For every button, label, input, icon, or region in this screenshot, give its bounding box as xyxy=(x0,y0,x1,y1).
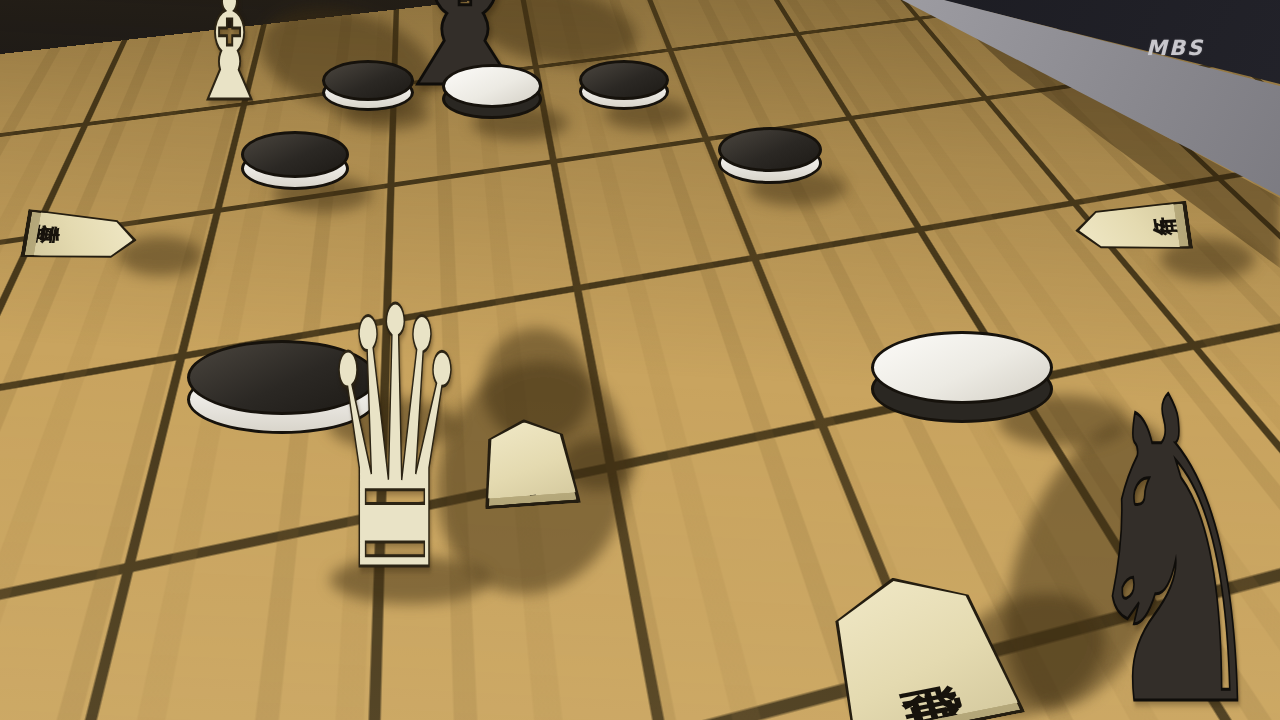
disc-face xyxy=(241,131,349,178)
othello-disc-white[interactable] xyxy=(442,64,542,120)
tile-face: 角行 xyxy=(1076,204,1180,252)
scene: ♝ 香車 角行 歩 飛車 ♝ ♛ ♞ MBS xyxy=(0,0,1280,720)
tile-kanji: 飛車 xyxy=(885,644,945,656)
disc-face xyxy=(442,64,542,108)
othello-disc-black[interactable] xyxy=(718,127,822,185)
tile-face: 香車 xyxy=(34,212,137,261)
othello-disc-black[interactable] xyxy=(579,60,669,111)
chess-white-bishop[interactable]: ♝ xyxy=(181,0,277,122)
disc-face xyxy=(579,60,669,100)
shogi-tile-kyosha[interactable]: 香車 xyxy=(34,212,137,261)
tile-kanji: 角行 xyxy=(1127,219,1130,237)
tile-kanji: 歩 xyxy=(501,457,555,461)
disc-face xyxy=(871,331,1053,404)
chess-black-knight[interactable]: ♞ xyxy=(1063,345,1280,720)
othello-disc-white[interactable] xyxy=(871,331,1053,425)
chess-white-queen[interactable]: ♛ xyxy=(312,262,478,622)
othello-disc-black[interactable] xyxy=(241,131,349,191)
tile-kanji: 香車 xyxy=(83,228,86,246)
disc-face xyxy=(718,127,822,172)
shogi-tile-fu[interactable]: 歩 xyxy=(480,419,576,498)
tile-face: 歩 xyxy=(480,419,576,498)
broadcaster-watermark: MBS xyxy=(1146,36,1204,60)
shogi-tile-kakugyo[interactable]: 角行 xyxy=(1076,204,1180,252)
